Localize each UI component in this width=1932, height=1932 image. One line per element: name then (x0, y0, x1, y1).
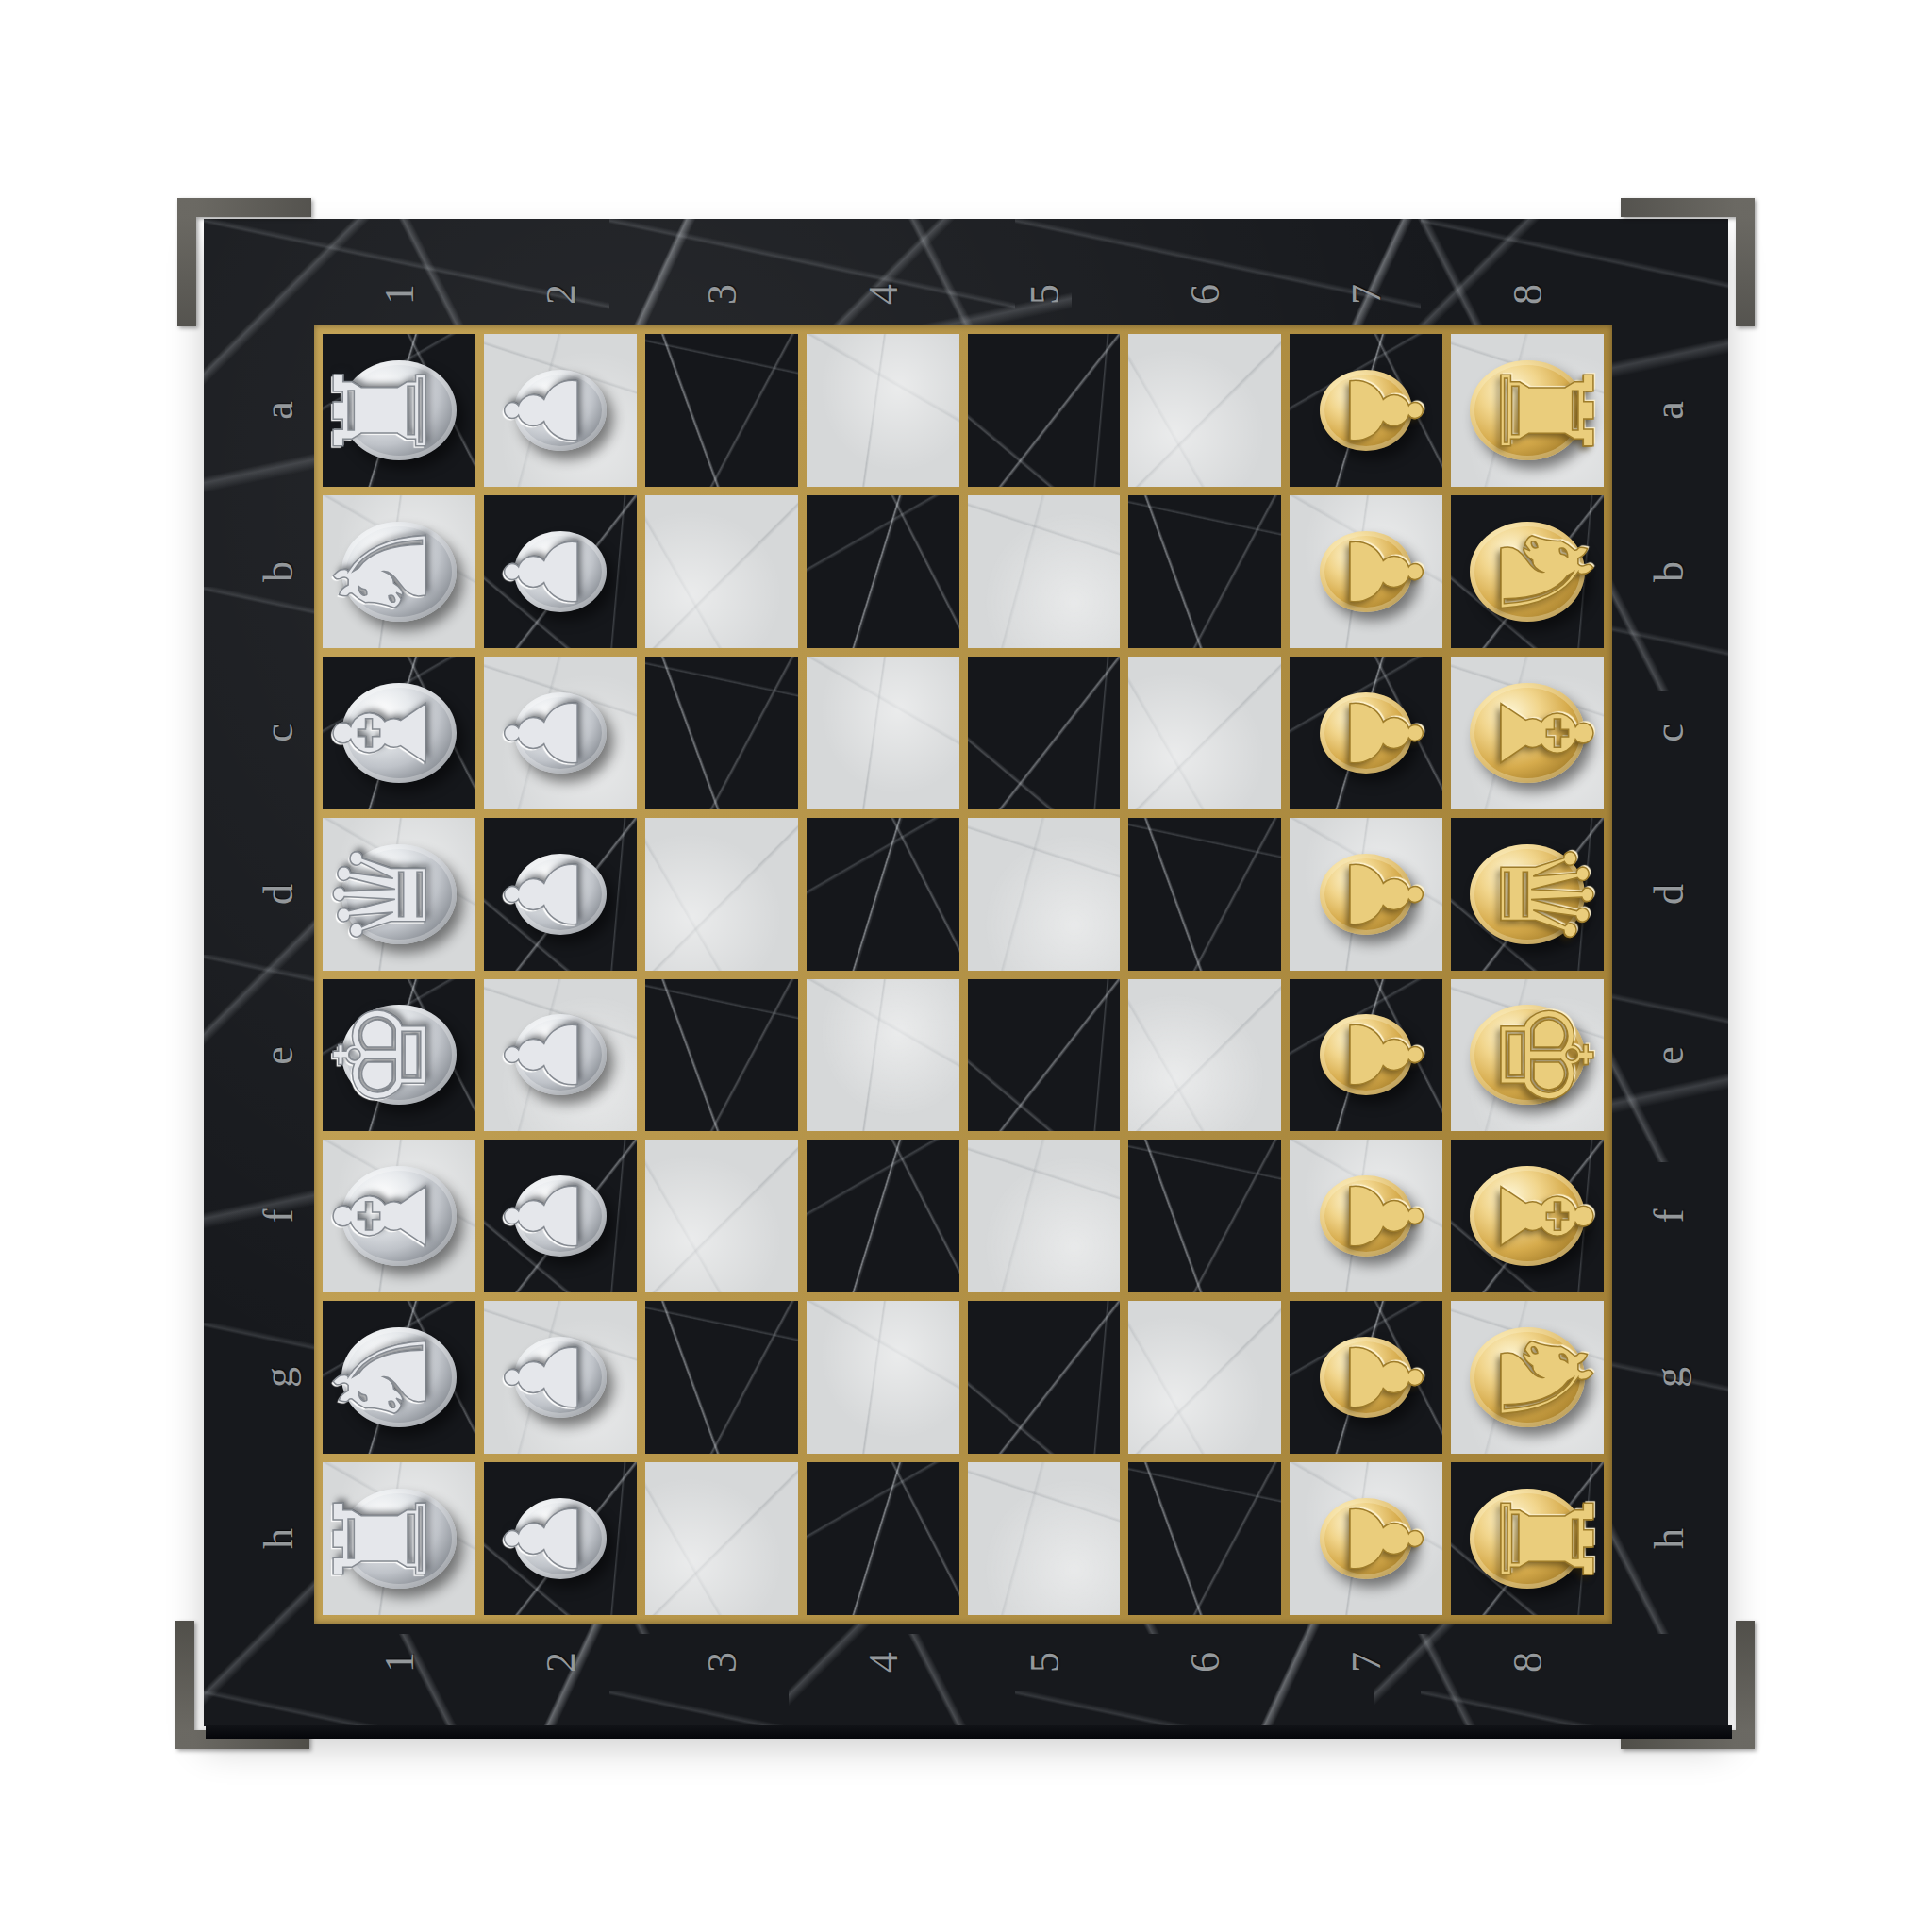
piece-gold-knight-g8[interactable]: ♞ (1451, 1301, 1604, 1454)
rook-icon: ♜ (319, 1482, 445, 1595)
pawn-icon: ♟ (1333, 526, 1433, 616)
piece-silver-knight-g1[interactable]: ♞ (323, 1301, 475, 1454)
piece-gold-rook-h8[interactable]: ♜ (1451, 1462, 1604, 1615)
piece-gold-pawn-b7[interactable]: ♟ (1290, 495, 1442, 648)
square-g5[interactable] (968, 1301, 1121, 1454)
square-e5[interactable] (968, 979, 1121, 1132)
knight-icon: ♞ (1481, 515, 1607, 628)
square-f4[interactable] (807, 1140, 959, 1292)
piece-silver-rook-h1[interactable]: ♜ (323, 1462, 475, 1615)
piece-gold-queen-d8[interactable]: ♛ (1451, 818, 1604, 971)
square-c3[interactable] (645, 657, 798, 809)
corner-bracket-top-right-icon (1621, 198, 1755, 326)
pawn-icon: ♟ (493, 1172, 593, 1261)
corner-bracket-top-left-icon (177, 198, 311, 326)
piece-gold-pawn-c7[interactable]: ♟ (1290, 657, 1442, 809)
square-a6[interactable] (1128, 334, 1281, 487)
square-b3[interactable] (645, 495, 798, 648)
square-g6[interactable] (1128, 1301, 1281, 1454)
square-d4[interactable] (807, 818, 959, 971)
knight-icon: ♞ (319, 1321, 445, 1434)
square-b4[interactable] (807, 495, 959, 648)
piece-silver-pawn-h2[interactable]: ♟ (484, 1462, 637, 1615)
piece-silver-pawn-b2[interactable]: ♟ (484, 495, 637, 648)
square-c6[interactable] (1128, 657, 1281, 809)
square-e3[interactable] (645, 979, 798, 1132)
square-b5[interactable] (968, 495, 1121, 648)
piece-silver-pawn-e2[interactable]: ♟ (484, 979, 637, 1132)
piece-silver-pawn-d2[interactable]: ♟ (484, 818, 637, 971)
queen-icon: ♛ (1481, 837, 1607, 950)
square-d5[interactable] (968, 818, 1121, 971)
bishop-icon: ♝ (1481, 1159, 1607, 1273)
pawn-icon: ♟ (493, 1333, 593, 1423)
square-a3[interactable] (645, 334, 798, 487)
rook-icon: ♜ (1481, 1482, 1607, 1595)
piece-gold-pawn-h7[interactable]: ♟ (1290, 1462, 1442, 1615)
piece-silver-pawn-g2[interactable]: ♟ (484, 1301, 637, 1454)
knight-icon: ♞ (319, 515, 445, 628)
king-icon: ♚ (1481, 998, 1607, 1111)
piece-silver-knight-b1[interactable]: ♞ (323, 495, 475, 648)
piece-silver-pawn-a2[interactable]: ♟ (484, 334, 637, 487)
piece-gold-king-e8[interactable]: ♚ (1451, 979, 1604, 1132)
chess-board: 12345678 12345678 abcdefgh abcdefgh ♜♞♝♛… (204, 219, 1728, 1726)
piece-silver-king-e1[interactable]: ♚ (323, 979, 475, 1132)
pawn-icon: ♟ (1333, 1172, 1433, 1261)
corner-bracket-bottom-left-icon (175, 1621, 309, 1749)
pawn-icon: ♟ (1333, 688, 1433, 777)
piece-gold-pawn-d7[interactable]: ♟ (1290, 818, 1442, 971)
piece-gold-pawn-e7[interactable]: ♟ (1290, 979, 1442, 1132)
square-e6[interactable] (1128, 979, 1281, 1132)
rook-icon: ♜ (1481, 354, 1607, 467)
piece-silver-pawn-c2[interactable]: ♟ (484, 657, 637, 809)
pawn-icon: ♟ (1333, 1010, 1433, 1100)
piece-silver-pawn-f2[interactable]: ♟ (484, 1140, 637, 1292)
piece-gold-rook-a8[interactable]: ♜ (1451, 334, 1604, 487)
square-f5[interactable] (968, 1140, 1121, 1292)
queen-icon: ♛ (319, 837, 445, 950)
square-d6[interactable] (1128, 818, 1281, 971)
file-labels-left: abcdefgh (240, 325, 319, 1624)
square-e4[interactable] (807, 979, 959, 1132)
corner-bracket-bottom-right-icon (1621, 1621, 1755, 1749)
square-a4[interactable] (807, 334, 959, 487)
king-icon: ♚ (319, 998, 445, 1111)
pawn-icon: ♟ (1333, 1333, 1433, 1423)
square-f6[interactable] (1128, 1140, 1281, 1292)
square-h5[interactable] (968, 1462, 1121, 1615)
bishop-icon: ♝ (319, 1159, 445, 1273)
piece-gold-knight-b8[interactable]: ♞ (1451, 495, 1604, 648)
file-labels-right: abcdefgh (1630, 325, 1709, 1624)
square-d3[interactable] (645, 818, 798, 971)
piece-silver-queen-d1[interactable]: ♛ (323, 818, 475, 971)
piece-gold-pawn-g7[interactable]: ♟ (1290, 1301, 1442, 1454)
square-b6[interactable] (1128, 495, 1281, 648)
pawn-icon: ♟ (493, 1010, 593, 1100)
square-a5[interactable] (968, 334, 1121, 487)
pawn-icon: ♟ (493, 849, 593, 939)
square-g3[interactable] (645, 1301, 798, 1454)
piece-gold-pawn-a7[interactable]: ♟ (1290, 334, 1442, 487)
bishop-icon: ♝ (319, 676, 445, 790)
pawn-icon: ♟ (493, 526, 593, 616)
square-c5[interactable] (968, 657, 1121, 809)
square-f3[interactable] (645, 1140, 798, 1292)
piece-gold-pawn-f7[interactable]: ♟ (1290, 1140, 1442, 1292)
knight-icon: ♞ (1481, 1321, 1607, 1434)
bishop-icon: ♝ (1481, 676, 1607, 790)
pawn-icon: ♟ (493, 1494, 593, 1584)
square-h6[interactable] (1128, 1462, 1281, 1615)
pawn-icon: ♟ (493, 688, 593, 777)
rank-labels-top: 12345678 (314, 255, 1612, 334)
pawn-icon: ♟ (1333, 1494, 1433, 1584)
rank-labels-bottom: 12345678 (314, 1623, 1612, 1702)
pawn-icon: ♟ (1333, 365, 1433, 455)
piece-silver-bishop-c1[interactable]: ♝ (323, 657, 475, 809)
pawn-icon: ♟ (1333, 849, 1433, 939)
square-c4[interactable] (807, 657, 959, 809)
piece-silver-rook-a1[interactable]: ♜ (323, 334, 475, 487)
piece-gold-bishop-c8[interactable]: ♝ (1451, 657, 1604, 809)
rook-icon: ♜ (319, 354, 445, 467)
square-h3[interactable] (645, 1462, 798, 1615)
square-g4[interactable] (807, 1301, 959, 1454)
piece-gold-bishop-f8[interactable]: ♝ (1451, 1140, 1604, 1292)
piece-silver-bishop-f1[interactable]: ♝ (323, 1140, 475, 1292)
pawn-icon: ♟ (493, 365, 593, 455)
square-h4[interactable] (807, 1462, 959, 1615)
